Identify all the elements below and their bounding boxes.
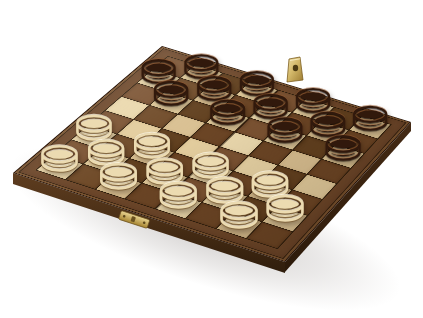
brass-hinge-clasp bbox=[287, 57, 303, 82]
product-photo-stage: ⛂⛂⛂⛂⛂⛂⛂⛂⛂⛂⛂⛂⛂⛂⛂⛂⛂⛂⛂⛂⛂⛂⛂⛂ bbox=[0, 0, 423, 318]
brass-latch bbox=[118, 211, 149, 229]
hardware-layer bbox=[0, 0, 423, 318]
